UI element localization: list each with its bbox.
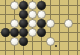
grid-line-vertical xyxy=(77,0,78,55)
white-stone[interactable] xyxy=(46,19,55,28)
black-stone[interactable] xyxy=(10,28,19,37)
black-stone[interactable] xyxy=(37,28,46,37)
white-stone[interactable] xyxy=(28,10,37,19)
grid-line-horizontal xyxy=(0,50,80,51)
white-stone[interactable] xyxy=(37,10,46,19)
go-board[interactable] xyxy=(0,0,80,55)
black-stone[interactable] xyxy=(37,1,46,10)
black-stone[interactable] xyxy=(19,28,28,37)
grid-line-vertical xyxy=(68,0,69,55)
black-stone[interactable] xyxy=(19,1,28,10)
white-stone[interactable] xyxy=(10,19,19,28)
white-stone[interactable] xyxy=(46,37,55,46)
white-stone[interactable] xyxy=(10,37,19,46)
white-stone[interactable] xyxy=(28,28,37,37)
white-stone[interactable] xyxy=(28,1,37,10)
black-stone[interactable] xyxy=(19,37,28,46)
black-stone[interactable] xyxy=(37,19,46,28)
black-stone[interactable] xyxy=(19,10,28,19)
grid-line-vertical xyxy=(50,0,51,55)
white-stone[interactable] xyxy=(64,19,73,28)
white-stone[interactable] xyxy=(10,1,19,10)
black-stone[interactable] xyxy=(19,19,28,28)
star-point-dot xyxy=(55,45,57,47)
grid-line-vertical xyxy=(59,0,60,55)
black-stone[interactable] xyxy=(1,28,10,37)
white-stone[interactable] xyxy=(28,19,37,28)
